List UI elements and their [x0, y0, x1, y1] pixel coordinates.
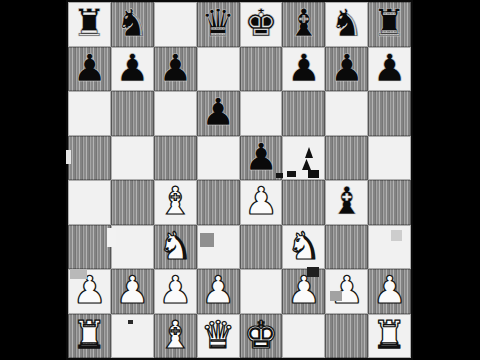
piece-black-knight-g8[interactable]: ♞ [330, 4, 364, 42]
piece-black-rook-h8[interactable]: ♜ [373, 4, 407, 42]
compression-artifact [330, 291, 342, 301]
square-a3[interactable] [68, 225, 111, 270]
piece-white-knight-f3[interactable]: ♞ [287, 227, 321, 265]
square-f8[interactable]: ♝ [282, 2, 325, 47]
square-h3[interactable] [368, 225, 411, 270]
square-e7[interactable] [240, 47, 283, 92]
piece-black-pawn-c7[interactable]: ♟ [158, 49, 192, 87]
piece-white-rook-a1[interactable]: ♜ [72, 316, 106, 354]
square-e4[interactable]: ♟ [240, 180, 283, 225]
piece-white-bishop-c1[interactable]: ♝ [158, 316, 192, 354]
square-h4[interactable] [368, 180, 411, 225]
compression-artifact [308, 170, 319, 178]
piece-black-rook-a8[interactable]: ♜ [72, 4, 106, 42]
square-g7[interactable]: ♟ [325, 47, 368, 92]
square-f4[interactable] [282, 180, 325, 225]
square-c4[interactable]: ♝ [154, 180, 197, 225]
square-g8[interactable]: ♞ [325, 2, 368, 47]
square-d5[interactable] [197, 136, 240, 181]
square-f7[interactable]: ♟ [282, 47, 325, 92]
square-e3[interactable] [240, 225, 283, 270]
square-b4[interactable] [111, 180, 154, 225]
square-d1[interactable]: ♛ [197, 314, 240, 359]
square-h8[interactable]: ♜ [368, 2, 411, 47]
piece-black-pawn-f7[interactable]: ♟ [287, 49, 321, 87]
piece-white-pawn-c2[interactable]: ♟ [158, 271, 192, 309]
square-c7[interactable]: ♟ [154, 47, 197, 92]
square-f1[interactable] [282, 314, 325, 359]
square-b8[interactable]: ♞ [111, 2, 154, 47]
square-b3[interactable] [111, 225, 154, 270]
compression-artifact [391, 230, 402, 241]
compression-artifact [107, 228, 116, 247]
piece-black-bishop-g4[interactable]: ♝ [330, 182, 364, 220]
square-c3[interactable]: ♞ [154, 225, 197, 270]
square-h1[interactable]: ♜ [368, 314, 411, 359]
compression-artifact [66, 150, 71, 164]
square-a5[interactable] [68, 136, 111, 181]
piece-black-pawn-g7[interactable]: ♟ [330, 49, 364, 87]
square-b7[interactable]: ♟ [111, 47, 154, 92]
square-h2[interactable]: ♟ [368, 269, 411, 314]
video-frame: ♜♞♛♚♝♞♜♟♟♟♟♟♟♟♟♝♟♝♞♞♟♟♟♟♟♟♟♜♝♛♚♜ [0, 0, 480, 360]
piece-white-pawn-b2[interactable]: ♟ [115, 271, 149, 309]
square-h6[interactable] [368, 91, 411, 136]
square-c1[interactable]: ♝ [154, 314, 197, 359]
square-a6[interactable] [68, 91, 111, 136]
square-d2[interactable]: ♟ [197, 269, 240, 314]
square-d4[interactable] [197, 180, 240, 225]
piece-white-queen-d1[interactable]: ♛ [201, 316, 235, 354]
square-e1[interactable]: ♚ [240, 314, 283, 359]
piece-black-pawn-e5[interactable]: ♟ [244, 138, 278, 176]
square-g4[interactable]: ♝ [325, 180, 368, 225]
piece-white-king-e1[interactable]: ♚ [244, 316, 278, 354]
piece-white-pawn-h2[interactable]: ♟ [373, 271, 407, 309]
square-h7[interactable]: ♟ [368, 47, 411, 92]
piece-black-pawn-h7[interactable]: ♟ [373, 49, 407, 87]
square-g3[interactable] [325, 225, 368, 270]
square-g1[interactable] [325, 314, 368, 359]
square-c8[interactable] [154, 2, 197, 47]
square-d8[interactable]: ♛ [197, 2, 240, 47]
square-d6[interactable]: ♟ [197, 91, 240, 136]
compression-artifact [200, 233, 214, 247]
chess-board[interactable]: ♜♞♛♚♝♞♜♟♟♟♟♟♟♟♟♝♟♝♞♞♟♟♟♟♟♟♟♜♝♛♚♜ [66, 0, 413, 360]
piece-white-rook-h1[interactable]: ♜ [373, 316, 407, 354]
compression-artifact [276, 173, 283, 178]
piece-white-bishop-c4[interactable]: ♝ [158, 182, 192, 220]
compression-artifact [70, 269, 87, 279]
square-e6[interactable] [240, 91, 283, 136]
square-c2[interactable]: ♟ [154, 269, 197, 314]
square-c5[interactable] [154, 136, 197, 181]
square-c6[interactable] [154, 91, 197, 136]
square-f6[interactable] [282, 91, 325, 136]
square-f3[interactable]: ♞ [282, 225, 325, 270]
piece-black-king-e8[interactable]: ♚ [244, 4, 278, 42]
square-e2[interactable] [240, 269, 283, 314]
piece-black-queen-d8[interactable]: ♛ [201, 4, 235, 42]
square-b6[interactable] [111, 91, 154, 136]
piece-black-bishop-f8[interactable]: ♝ [287, 4, 321, 42]
piece-black-knight-b8[interactable]: ♞ [115, 4, 149, 42]
square-g6[interactable] [325, 91, 368, 136]
square-a8[interactable]: ♜ [68, 2, 111, 47]
compression-artifact [287, 171, 296, 177]
compression-artifact [307, 267, 319, 277]
compression-artifact [128, 320, 133, 324]
square-d7[interactable] [197, 47, 240, 92]
square-a4[interactable] [68, 180, 111, 225]
square-e8[interactable]: ♚ [240, 2, 283, 47]
square-b2[interactable]: ♟ [111, 269, 154, 314]
piece-black-pawn-a7[interactable]: ♟ [72, 49, 106, 87]
piece-white-pawn-e4[interactable]: ♟ [244, 182, 278, 220]
square-a1[interactable]: ♜ [68, 314, 111, 359]
square-b5[interactable] [111, 136, 154, 181]
square-a7[interactable]: ♟ [68, 47, 111, 92]
square-h5[interactable] [368, 136, 411, 181]
square-g5[interactable] [325, 136, 368, 181]
piece-black-pawn-b7[interactable]: ♟ [115, 49, 149, 87]
piece-white-knight-c3[interactable]: ♞ [158, 227, 192, 265]
piece-black-pawn-d6[interactable]: ♟ [201, 93, 235, 131]
piece-white-pawn-d2[interactable]: ♟ [201, 271, 235, 309]
